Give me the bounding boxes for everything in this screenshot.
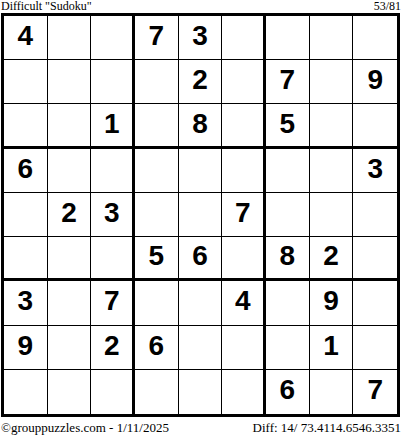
cell-r6c4: 5 bbox=[135, 237, 179, 281]
cell-r6c9 bbox=[353, 237, 397, 281]
cell-r5c8 bbox=[310, 193, 354, 237]
cell-r9c9: 7 bbox=[353, 370, 397, 414]
cell-r2c6 bbox=[222, 60, 266, 104]
cell-r4c4 bbox=[135, 149, 179, 193]
cell-r6c7: 8 bbox=[266, 237, 310, 281]
cell-r9c5 bbox=[179, 370, 223, 414]
cell-r2c3 bbox=[91, 60, 135, 104]
cell-r2c7: 7 bbox=[266, 60, 310, 104]
cell-r2c4 bbox=[135, 60, 179, 104]
cell-r7c7 bbox=[266, 281, 310, 325]
puzzle-title: Difficult "Sudoku" bbox=[1, 0, 92, 13]
header: Difficult "Sudoku" 53/81 bbox=[1, 0, 401, 13]
cell-r1c6 bbox=[222, 16, 266, 60]
cell-r3c9 bbox=[353, 104, 397, 148]
sudoku-board: 4732791856323756823749926167 bbox=[1, 13, 400, 417]
cell-r8c5 bbox=[179, 326, 223, 370]
cell-r1c1: 4 bbox=[4, 16, 48, 60]
cell-r5c7 bbox=[266, 193, 310, 237]
cell-r6c5: 6 bbox=[179, 237, 223, 281]
cell-r7c3: 7 bbox=[91, 281, 135, 325]
cell-r2c5: 2 bbox=[179, 60, 223, 104]
cell-r6c6 bbox=[222, 237, 266, 281]
cell-r7c1: 3 bbox=[4, 281, 48, 325]
cell-r9c2 bbox=[48, 370, 92, 414]
cell-r1c9 bbox=[353, 16, 397, 60]
cell-r9c4 bbox=[135, 370, 179, 414]
cell-r3c6 bbox=[222, 104, 266, 148]
cell-r5c2: 2 bbox=[48, 193, 92, 237]
cell-r3c2 bbox=[48, 104, 92, 148]
cell-r1c2 bbox=[48, 16, 92, 60]
cell-r8c3: 2 bbox=[91, 326, 135, 370]
cell-r5c1 bbox=[4, 193, 48, 237]
cell-r7c6: 4 bbox=[222, 281, 266, 325]
difficulty-code: Diff: 14/ 73.4114.6546.3351 bbox=[253, 420, 401, 435]
cell-r1c4: 7 bbox=[135, 16, 179, 60]
blank-count: 53/81 bbox=[374, 0, 401, 13]
cell-r6c1 bbox=[4, 237, 48, 281]
cell-r7c2 bbox=[48, 281, 92, 325]
cell-r1c3 bbox=[91, 16, 135, 60]
cell-r4c2 bbox=[48, 149, 92, 193]
cell-r9c6 bbox=[222, 370, 266, 414]
cell-r6c8: 2 bbox=[310, 237, 354, 281]
cell-r7c9 bbox=[353, 281, 397, 325]
copyright-date: ©grouppuzzles.com - 1/11/2025 bbox=[1, 420, 169, 435]
cell-r8c8: 1 bbox=[310, 326, 354, 370]
cell-r3c7: 5 bbox=[266, 104, 310, 148]
cell-r4c8 bbox=[310, 149, 354, 193]
cell-r2c9: 9 bbox=[353, 60, 397, 104]
cell-r3c8 bbox=[310, 104, 354, 148]
cell-r5c4 bbox=[135, 193, 179, 237]
cell-r4c7 bbox=[266, 149, 310, 193]
cell-r2c2 bbox=[48, 60, 92, 104]
cell-r3c5: 8 bbox=[179, 104, 223, 148]
cell-r7c5 bbox=[179, 281, 223, 325]
cell-r8c1: 9 bbox=[4, 326, 48, 370]
cell-r1c8 bbox=[310, 16, 354, 60]
cell-r6c3 bbox=[91, 237, 135, 281]
cell-r1c7 bbox=[266, 16, 310, 60]
cell-r2c1 bbox=[4, 60, 48, 104]
cell-r4c9: 3 bbox=[353, 149, 397, 193]
cell-r8c4: 6 bbox=[135, 326, 179, 370]
cell-r9c3 bbox=[91, 370, 135, 414]
cell-r5c6: 7 bbox=[222, 193, 266, 237]
cell-r9c7: 6 bbox=[266, 370, 310, 414]
cell-r8c7 bbox=[266, 326, 310, 370]
cell-r8c2 bbox=[48, 326, 92, 370]
cell-r8c9 bbox=[353, 326, 397, 370]
cell-r1c5: 3 bbox=[179, 16, 223, 60]
cell-r6c2 bbox=[48, 237, 92, 281]
cell-r9c1 bbox=[4, 370, 48, 414]
cell-r3c4 bbox=[135, 104, 179, 148]
cell-r7c4 bbox=[135, 281, 179, 325]
cell-r9c8 bbox=[310, 370, 354, 414]
cell-r4c1: 6 bbox=[4, 149, 48, 193]
cell-r3c3: 1 bbox=[91, 104, 135, 148]
cell-r4c5 bbox=[179, 149, 223, 193]
cell-r5c5 bbox=[179, 193, 223, 237]
cell-r4c3 bbox=[91, 149, 135, 193]
cell-r7c8: 9 bbox=[310, 281, 354, 325]
cell-r3c1 bbox=[4, 104, 48, 148]
cell-r8c6 bbox=[222, 326, 266, 370]
footer: ©grouppuzzles.com - 1/11/2025 Diff: 14/ … bbox=[1, 420, 401, 435]
cell-r5c3: 3 bbox=[91, 193, 135, 237]
cell-r4c6 bbox=[222, 149, 266, 193]
cell-r5c9 bbox=[353, 193, 397, 237]
cell-r2c8 bbox=[310, 60, 354, 104]
